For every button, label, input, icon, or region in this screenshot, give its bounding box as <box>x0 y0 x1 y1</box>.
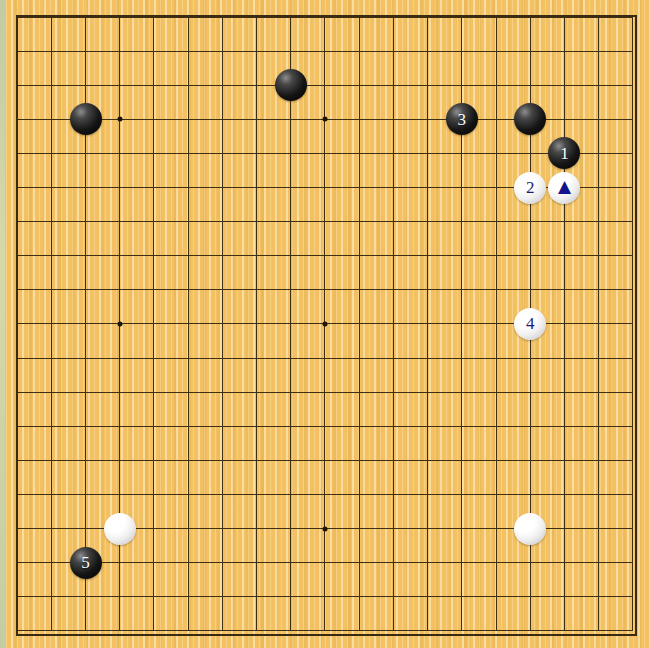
board-cell[interactable] <box>445 375 479 409</box>
board-cell[interactable] <box>239 171 273 205</box>
board-cell[interactable] <box>547 102 581 136</box>
board-cell[interactable] <box>616 102 650 136</box>
board-cell[interactable] <box>616 409 650 443</box>
board-cell[interactable] <box>239 512 273 546</box>
board-cell[interactable] <box>445 614 479 648</box>
board-cell[interactable] <box>205 68 239 102</box>
board-cell[interactable] <box>308 205 342 239</box>
board-cell[interactable] <box>171 546 205 580</box>
board-cell[interactable] <box>342 341 376 375</box>
board-cell[interactable] <box>103 307 137 341</box>
board-cell[interactable] <box>274 273 308 307</box>
board-cell[interactable] <box>616 68 650 102</box>
board-cell[interactable] <box>582 136 616 170</box>
board-cell[interactable] <box>479 205 513 239</box>
board-cell[interactable] <box>342 477 376 511</box>
board-cell[interactable] <box>0 614 34 648</box>
board-cell[interactable] <box>411 205 445 239</box>
board-cell[interactable] <box>274 171 308 205</box>
board-cell[interactable] <box>103 409 137 443</box>
board-cell[interactable] <box>274 68 308 102</box>
board-cell[interactable] <box>0 341 34 375</box>
board-cell[interactable] <box>445 580 479 614</box>
board-cell[interactable] <box>547 580 581 614</box>
board-cell[interactable] <box>479 102 513 136</box>
board-cell[interactable] <box>582 477 616 511</box>
board-cell[interactable] <box>103 546 137 580</box>
board-cell[interactable] <box>582 307 616 341</box>
board-cell[interactable] <box>376 477 410 511</box>
board-cell[interactable] <box>582 546 616 580</box>
board-cell[interactable] <box>103 136 137 170</box>
board-cell[interactable] <box>479 34 513 68</box>
board-cell[interactable] <box>479 307 513 341</box>
board-cell[interactable] <box>513 443 547 477</box>
board-cell[interactable] <box>68 614 102 648</box>
board-cell[interactable] <box>547 614 581 648</box>
board-cell[interactable] <box>171 0 205 34</box>
board-cell[interactable] <box>445 0 479 34</box>
board-cell[interactable] <box>342 136 376 170</box>
board-cell[interactable] <box>513 512 547 546</box>
board-cell[interactable] <box>239 68 273 102</box>
board-cell[interactable] <box>582 375 616 409</box>
board-cell[interactable] <box>547 307 581 341</box>
board-cell[interactable] <box>34 0 68 34</box>
board-cell[interactable] <box>513 477 547 511</box>
board-cell[interactable] <box>137 614 171 648</box>
board-cell[interactable] <box>513 239 547 273</box>
board-cell[interactable] <box>103 102 137 136</box>
board-cell[interactable] <box>547 239 581 273</box>
board-cell[interactable] <box>274 409 308 443</box>
board-cell[interactable] <box>137 409 171 443</box>
board-cell[interactable] <box>376 0 410 34</box>
board-cell[interactable] <box>411 0 445 34</box>
board-cell[interactable] <box>205 102 239 136</box>
board-cell[interactable] <box>479 136 513 170</box>
board-cell[interactable] <box>103 477 137 511</box>
board-cell[interactable] <box>342 512 376 546</box>
board-cell[interactable] <box>342 205 376 239</box>
board-cell[interactable]: 2 <box>513 171 547 205</box>
board-cell[interactable] <box>308 375 342 409</box>
board-cell[interactable] <box>445 409 479 443</box>
board-cell[interactable] <box>0 477 34 511</box>
board-cell[interactable] <box>411 307 445 341</box>
board-cell[interactable] <box>445 239 479 273</box>
board-cell[interactable] <box>308 443 342 477</box>
board-cell[interactable] <box>582 443 616 477</box>
board-cell[interactable] <box>445 273 479 307</box>
board-cell[interactable] <box>547 34 581 68</box>
board-cell[interactable] <box>205 273 239 307</box>
board-cell[interactable] <box>171 136 205 170</box>
board-cell[interactable] <box>582 580 616 614</box>
board-cell[interactable] <box>137 136 171 170</box>
board-cell[interactable] <box>479 546 513 580</box>
board-cell[interactable] <box>479 0 513 34</box>
board-cell[interactable] <box>103 580 137 614</box>
board-cell[interactable] <box>274 512 308 546</box>
board-cell[interactable] <box>68 580 102 614</box>
board-cell[interactable] <box>68 341 102 375</box>
board-cell[interactable] <box>171 443 205 477</box>
board-cell[interactable] <box>171 102 205 136</box>
board-cell[interactable] <box>137 34 171 68</box>
board-cell[interactable] <box>376 171 410 205</box>
board-cell[interactable] <box>479 512 513 546</box>
board-cell[interactable] <box>547 375 581 409</box>
board-cell[interactable] <box>308 512 342 546</box>
board-cell[interactable] <box>308 409 342 443</box>
board-cell[interactable] <box>137 102 171 136</box>
board-cell[interactable] <box>376 136 410 170</box>
board-cell[interactable] <box>34 341 68 375</box>
board-cell[interactable] <box>137 239 171 273</box>
board-cell[interactable] <box>68 239 102 273</box>
board-cell[interactable] <box>308 0 342 34</box>
board-cell[interactable] <box>582 102 616 136</box>
board-cell[interactable] <box>308 239 342 273</box>
board-cell[interactable] <box>479 614 513 648</box>
board-cell[interactable] <box>274 477 308 511</box>
board-cell[interactable] <box>376 102 410 136</box>
board-cell[interactable] <box>582 512 616 546</box>
board-cell[interactable] <box>376 546 410 580</box>
board-cell[interactable] <box>171 273 205 307</box>
board-cell[interactable] <box>171 375 205 409</box>
board-cell[interactable] <box>0 512 34 546</box>
board-cell[interactable] <box>171 614 205 648</box>
board-cell[interactable] <box>547 341 581 375</box>
board-cell[interactable] <box>616 273 650 307</box>
board-cell[interactable] <box>137 443 171 477</box>
board-cell[interactable] <box>445 171 479 205</box>
board-cell[interactable] <box>308 102 342 136</box>
board-cell[interactable] <box>239 443 273 477</box>
board-cell[interactable] <box>342 273 376 307</box>
board-cell[interactable] <box>479 273 513 307</box>
board-cell[interactable] <box>0 239 34 273</box>
board-cell[interactable] <box>376 68 410 102</box>
board-cell[interactable] <box>171 512 205 546</box>
board-cell[interactable] <box>34 375 68 409</box>
board-cell[interactable] <box>342 409 376 443</box>
board-cell[interactable] <box>0 136 34 170</box>
board-cell[interactable] <box>308 68 342 102</box>
board-cell[interactable] <box>479 443 513 477</box>
board-cell[interactable] <box>547 443 581 477</box>
board-cell[interactable] <box>68 443 102 477</box>
board-cell[interactable] <box>274 614 308 648</box>
board-cell[interactable] <box>274 443 308 477</box>
board-cell[interactable] <box>103 443 137 477</box>
board-cell[interactable] <box>239 580 273 614</box>
board-cell[interactable] <box>479 171 513 205</box>
board-cell[interactable] <box>582 171 616 205</box>
board-cell[interactable] <box>616 34 650 68</box>
board-cell[interactable] <box>445 205 479 239</box>
board-cell[interactable] <box>34 580 68 614</box>
board-cell[interactable] <box>445 477 479 511</box>
board-cell[interactable] <box>547 205 581 239</box>
board-cell[interactable] <box>342 68 376 102</box>
board-cell[interactable] <box>34 68 68 102</box>
board-cell[interactable] <box>513 205 547 239</box>
board-cell[interactable] <box>137 307 171 341</box>
board-cell[interactable] <box>342 239 376 273</box>
board-cell[interactable] <box>342 34 376 68</box>
board-cell[interactable] <box>0 307 34 341</box>
board-cell[interactable] <box>34 307 68 341</box>
board-cell[interactable] <box>0 409 34 443</box>
board-cell[interactable] <box>205 614 239 648</box>
board-cell[interactable] <box>445 307 479 341</box>
board-cell[interactable] <box>0 375 34 409</box>
board-cell[interactable] <box>308 307 342 341</box>
board-cell[interactable] <box>479 477 513 511</box>
board-cell[interactable] <box>411 341 445 375</box>
board-cell[interactable] <box>68 273 102 307</box>
board-cell[interactable] <box>68 409 102 443</box>
board-cell[interactable] <box>274 375 308 409</box>
board-cell[interactable] <box>308 34 342 68</box>
board-cell[interactable] <box>547 68 581 102</box>
board-cell[interactable] <box>137 477 171 511</box>
board-cell[interactable] <box>205 546 239 580</box>
board-cell[interactable] <box>513 580 547 614</box>
board-cell[interactable] <box>616 580 650 614</box>
board-cell[interactable] <box>205 409 239 443</box>
board-cell[interactable] <box>479 68 513 102</box>
board-cell[interactable] <box>0 102 34 136</box>
board-cell[interactable]: ▲ <box>547 171 581 205</box>
board-cell[interactable] <box>616 239 650 273</box>
board-cell[interactable] <box>103 375 137 409</box>
board-cell[interactable] <box>137 580 171 614</box>
board-cell[interactable] <box>445 443 479 477</box>
board-cell[interactable] <box>376 512 410 546</box>
board-cell[interactable] <box>34 136 68 170</box>
board-cell[interactable] <box>68 307 102 341</box>
board-cell[interactable] <box>445 68 479 102</box>
board-cell[interactable] <box>616 375 650 409</box>
board-cell[interactable] <box>445 512 479 546</box>
board-cell[interactable] <box>103 614 137 648</box>
board-cell[interactable] <box>68 34 102 68</box>
board-cell[interactable] <box>68 205 102 239</box>
board-cell[interactable] <box>171 34 205 68</box>
board-cell[interactable] <box>308 546 342 580</box>
board-cell[interactable] <box>239 307 273 341</box>
board-cell[interactable] <box>547 409 581 443</box>
board-cell[interactable] <box>239 0 273 34</box>
board-cell[interactable] <box>137 171 171 205</box>
board-cell[interactable] <box>205 512 239 546</box>
board-cell[interactable] <box>274 546 308 580</box>
board-cell[interactable] <box>34 34 68 68</box>
board-cell[interactable] <box>342 546 376 580</box>
board-cell[interactable] <box>34 273 68 307</box>
board-cell[interactable] <box>205 34 239 68</box>
board-cell[interactable] <box>376 273 410 307</box>
board-cell[interactable] <box>342 307 376 341</box>
board-cell[interactable] <box>103 171 137 205</box>
board-cell[interactable] <box>68 171 102 205</box>
board-cell[interactable] <box>171 239 205 273</box>
board-cell[interactable] <box>616 512 650 546</box>
board-cell[interactable] <box>171 307 205 341</box>
board-cell[interactable] <box>411 409 445 443</box>
board-cell[interactable] <box>68 375 102 409</box>
board-cell[interactable] <box>137 0 171 34</box>
board-cell[interactable] <box>582 34 616 68</box>
board-cell[interactable] <box>103 239 137 273</box>
board-cell[interactable] <box>34 614 68 648</box>
board-cell[interactable] <box>616 477 650 511</box>
board-cell[interactable] <box>274 102 308 136</box>
board-cell[interactable] <box>616 341 650 375</box>
board-cell[interactable] <box>616 614 650 648</box>
board-cell[interactable] <box>34 102 68 136</box>
board-cell[interactable] <box>479 409 513 443</box>
board-cell[interactable] <box>445 341 479 375</box>
board-cell[interactable] <box>0 68 34 102</box>
board-cell[interactable] <box>171 409 205 443</box>
board-cell[interactable] <box>513 68 547 102</box>
board-cell[interactable] <box>342 614 376 648</box>
board-cell[interactable] <box>376 34 410 68</box>
board-cell[interactable] <box>274 205 308 239</box>
board-cell[interactable] <box>103 0 137 34</box>
board-cell[interactable] <box>205 205 239 239</box>
board-cell[interactable]: 3 <box>445 102 479 136</box>
board-cell[interactable] <box>171 205 205 239</box>
board-cell[interactable] <box>342 0 376 34</box>
board-cell[interactable] <box>205 341 239 375</box>
board-cell[interactable] <box>239 546 273 580</box>
board-cell[interactable] <box>205 477 239 511</box>
board-cell[interactable] <box>411 375 445 409</box>
board-cell[interactable] <box>137 375 171 409</box>
board-cell[interactable] <box>445 136 479 170</box>
board-cell[interactable] <box>513 102 547 136</box>
board-cell[interactable] <box>274 34 308 68</box>
board-cell[interactable] <box>239 409 273 443</box>
board-cell[interactable] <box>376 205 410 239</box>
board-cell[interactable] <box>171 580 205 614</box>
board-cell[interactable]: 5 <box>68 546 102 580</box>
board-cell[interactable] <box>513 34 547 68</box>
board-cell[interactable] <box>0 443 34 477</box>
board-cell[interactable] <box>479 580 513 614</box>
board-cell[interactable] <box>34 477 68 511</box>
board-cell[interactable] <box>34 409 68 443</box>
board-cell[interactable] <box>308 614 342 648</box>
board-cell[interactable] <box>376 614 410 648</box>
board-cell[interactable] <box>582 239 616 273</box>
board-cell[interactable] <box>376 409 410 443</box>
board-cell[interactable] <box>0 580 34 614</box>
board-cell[interactable] <box>547 0 581 34</box>
board-cell[interactable] <box>274 136 308 170</box>
board-cell[interactable] <box>342 102 376 136</box>
board-cell[interactable] <box>34 239 68 273</box>
board-cell[interactable] <box>239 614 273 648</box>
board-cell[interactable] <box>411 546 445 580</box>
board-cell[interactable] <box>411 614 445 648</box>
board-cell[interactable] <box>239 205 273 239</box>
board-cell[interactable] <box>308 477 342 511</box>
board-cell[interactable] <box>376 580 410 614</box>
board-cell[interactable] <box>137 205 171 239</box>
board-cell[interactable] <box>137 68 171 102</box>
board-cell[interactable]: 1 <box>547 136 581 170</box>
board-cell[interactable] <box>582 341 616 375</box>
board-cell[interactable] <box>0 205 34 239</box>
board-cell[interactable] <box>239 477 273 511</box>
board-cell[interactable] <box>411 273 445 307</box>
board-cell[interactable] <box>513 409 547 443</box>
board-cell[interactable] <box>205 0 239 34</box>
board-cell[interactable] <box>445 546 479 580</box>
board-cell[interactable] <box>103 68 137 102</box>
board-cell[interactable] <box>582 409 616 443</box>
board-cell[interactable] <box>547 477 581 511</box>
board-cell[interactable] <box>171 68 205 102</box>
board-cell[interactable] <box>376 239 410 273</box>
board-cell[interactable] <box>103 341 137 375</box>
board-cell[interactable] <box>308 580 342 614</box>
board-cell[interactable] <box>376 443 410 477</box>
board-cell[interactable] <box>103 205 137 239</box>
board-cell[interactable] <box>616 205 650 239</box>
board-cell[interactable] <box>411 443 445 477</box>
board-cell[interactable] <box>205 239 239 273</box>
board-cell[interactable] <box>342 443 376 477</box>
board-cell[interactable] <box>479 341 513 375</box>
board-cell[interactable] <box>103 273 137 307</box>
board-cell[interactable] <box>513 341 547 375</box>
board-cell[interactable] <box>342 580 376 614</box>
board-cell[interactable] <box>34 443 68 477</box>
board-cell[interactable] <box>513 546 547 580</box>
board-cell[interactable] <box>274 341 308 375</box>
board-cell[interactable] <box>411 136 445 170</box>
board-cell[interactable] <box>34 512 68 546</box>
board-cell[interactable] <box>513 273 547 307</box>
board-cell[interactable] <box>68 102 102 136</box>
board-cell[interactable] <box>582 273 616 307</box>
board-cell[interactable] <box>547 273 581 307</box>
board-cell[interactable] <box>616 307 650 341</box>
board-cell[interactable] <box>376 375 410 409</box>
board-cell[interactable] <box>479 375 513 409</box>
board-cell[interactable] <box>239 239 273 273</box>
board-cell[interactable] <box>205 580 239 614</box>
board-cell[interactable] <box>239 341 273 375</box>
board-cell[interactable] <box>411 34 445 68</box>
board-cell[interactable] <box>239 273 273 307</box>
board-cell[interactable] <box>616 546 650 580</box>
board-cell[interactable] <box>0 546 34 580</box>
board-cell[interactable] <box>513 0 547 34</box>
board-cell[interactable] <box>103 34 137 68</box>
board-cell[interactable] <box>68 0 102 34</box>
board-cell[interactable] <box>239 136 273 170</box>
board-cell[interactable] <box>68 477 102 511</box>
